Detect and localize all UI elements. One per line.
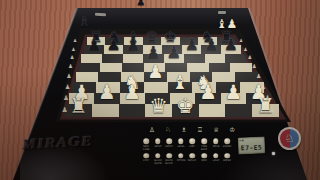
- square-d3[interactable]: [144, 82, 168, 93]
- white-queen-d1[interactable]: ♛: [149, 96, 167, 117]
- white-pawn-g2[interactable]: ♟: [224, 83, 242, 103]
- frame-label-right: [218, 11, 226, 14]
- button-label: MOVE: [210, 145, 222, 147]
- black-pawn-c7[interactable]: ♟: [126, 37, 140, 53]
- button-light[interactable]: [213, 153, 219, 159]
- square-h5[interactable]: [230, 63, 252, 73]
- black-pawn-b7[interactable]: ♟: [106, 37, 120, 53]
- lcd-indicator: ▸▪: [240, 138, 245, 142]
- button-label: OPTION: [175, 159, 187, 161]
- white-rook-a1[interactable]: ♜: [69, 96, 87, 117]
- button-label: VERIFY: [163, 145, 175, 147]
- button-label: SOUND: [221, 145, 233, 147]
- square-g6[interactable]: [205, 54, 226, 63]
- setup-pawn-icon-right-5: ♟: [252, 64, 257, 70]
- black-pawn-f7[interactable]: ♟: [185, 37, 199, 53]
- panel-piece-symbols: ♙♘♗♖♕♔: [149, 127, 235, 134]
- button-move[interactable]: [213, 138, 219, 144]
- square-a6[interactable]: [81, 54, 102, 63]
- knight-figure-icon: ♘: [285, 133, 295, 144]
- black-pawn-h7[interactable]: ♟: [224, 37, 238, 53]
- button-take-back[interactable]: [201, 138, 207, 144]
- button-level[interactable]: [178, 138, 184, 144]
- captured-white-pawn[interactable]: ♟: [227, 18, 238, 30]
- black-queen-d8[interactable]: ♛: [145, 30, 158, 45]
- setup-pawn-icon-left-7: ♟: [71, 47, 75, 52]
- square-h6[interactable]: [225, 54, 246, 63]
- power-led: [272, 152, 275, 155]
- button-new-game[interactable]: [143, 138, 149, 144]
- button-label: LIGHT: [210, 159, 222, 161]
- button-label: LEVEL: [175, 145, 187, 147]
- button-label: ENTER: [221, 159, 233, 161]
- setup-pawn-icon-left-6: ♟: [70, 55, 75, 60]
- square-f1[interactable]: [199, 104, 226, 118]
- black-pawn-a7[interactable]: ♟: [87, 37, 101, 53]
- frame-label-left: [95, 13, 106, 16]
- button-label: BLACK WHITE: [152, 160, 164, 165]
- black-pawn-e6[interactable]: ♟: [167, 45, 182, 62]
- square-c1[interactable]: [119, 104, 146, 118]
- setup-pawn-icon-left-4: ♟: [66, 74, 71, 80]
- button-replay[interactable]: [190, 153, 196, 159]
- black-king-e8[interactable]: ♚: [164, 30, 177, 45]
- white-pawn-d4[interactable]: ♟: [147, 63, 163, 81]
- panel-symbol-icon: ♗: [181, 127, 187, 134]
- captured-black-pawn[interactable]: ♟: [137, 0, 146, 7]
- square-a5[interactable]: [79, 63, 101, 73]
- square-c6[interactable]: [123, 54, 144, 63]
- white-bishop-e3[interactable]: ♝: [172, 73, 189, 92]
- square-b1[interactable]: [92, 104, 119, 118]
- button-white-black[interactable]: [166, 153, 172, 159]
- button-black-white[interactable]: [155, 153, 161, 159]
- button-label: INFO: [198, 159, 210, 161]
- setup-pawn-icon-right-8: ♟: [239, 39, 243, 44]
- setup-pawn-icon-right-2: ♟: [264, 95, 270, 102]
- brand-emblem: ♘: [278, 127, 301, 150]
- panel-symbol-icon: ♘: [165, 127, 171, 134]
- panel-symbol-icon: ♕: [213, 127, 219, 134]
- setup-pawn-icon-right-1: ♟: [269, 107, 275, 114]
- setup-pawn-icon-right-7: ♟: [243, 47, 247, 52]
- button-label: SETUP: [152, 145, 164, 147]
- lcd-move-text: E7-E5: [238, 144, 265, 153]
- button-verify[interactable]: [166, 138, 172, 144]
- button-hint[interactable]: [190, 138, 196, 144]
- setup-pawn-icon-right-6: ♟: [247, 55, 252, 60]
- setup-pawn-icon-right-3: ♟: [260, 84, 266, 90]
- white-king-e1[interactable]: ♚: [176, 96, 194, 117]
- setup-pawn-icon-left-1: ♟: [61, 107, 67, 114]
- black-pawn-g7[interactable]: ♟: [204, 37, 218, 53]
- button-info[interactable]: [201, 153, 207, 159]
- setup-pawn-icon-right-4: ♟: [256, 74, 261, 80]
- photo-background: ♜♞♝♛♚♞♜♟♟♟♟♟♟♟♟♟♞♝♞♟♟♟♟♟♟♜♛♚♜ ♝♝♟♟ ♟♟♟♟♟…: [0, 0, 320, 180]
- setup-pawn-icon-left-5: ♟: [68, 64, 73, 70]
- white-pawn-b2[interactable]: ♟: [98, 83, 116, 103]
- panel-symbol-icon: ♙: [149, 127, 155, 134]
- button-label: STOP: [140, 159, 152, 161]
- button-label: NEW GAME: [140, 145, 152, 150]
- button-label: TAKE BACK: [198, 145, 210, 150]
- button-setup[interactable]: [155, 138, 161, 144]
- captured-black-bishop[interactable]: ♝: [78, 15, 90, 28]
- button-sound[interactable]: [224, 138, 230, 144]
- setup-pawn-icon-left-8: ♟: [73, 39, 77, 44]
- button-label: REPLAY: [186, 159, 198, 161]
- square-b5[interactable]: [100, 63, 122, 73]
- square-f6[interactable]: [184, 54, 205, 63]
- square-g1[interactable]: [225, 104, 252, 118]
- setup-pawn-icon-left-3: ♟: [65, 84, 71, 90]
- panel-symbol-icon: ♔: [229, 127, 235, 134]
- emblem-inner: ♘: [280, 129, 299, 148]
- black-pawn-d6[interactable]: ♟: [146, 45, 161, 62]
- button-option[interactable]: [178, 153, 184, 159]
- button-label: WHITE BLACK: [163, 160, 175, 165]
- square-b6[interactable]: [102, 54, 123, 63]
- lcd-display: ▸▪ E7-E5: [237, 135, 267, 155]
- button-label: HINT: [186, 145, 198, 147]
- white-pawn-f2[interactable]: ♟: [199, 83, 217, 103]
- button-stop[interactable]: [143, 153, 149, 159]
- setup-pawn-icon-left-2: ♟: [63, 95, 69, 102]
- white-pawn-c2[interactable]: ♟: [123, 83, 141, 103]
- panel-symbol-icon: ♖: [197, 127, 203, 134]
- button-enter[interactable]: [224, 153, 230, 159]
